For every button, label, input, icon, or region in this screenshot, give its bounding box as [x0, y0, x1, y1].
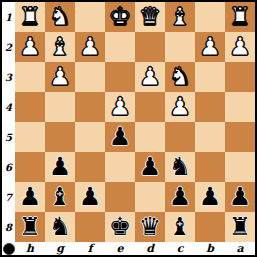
square-e7[interactable]	[105, 182, 135, 212]
square-g2[interactable]: ♝	[45, 32, 75, 62]
square-h8[interactable]: ♜	[15, 212, 45, 242]
square-c4[interactable]: ♟	[165, 92, 195, 122]
rank-label-1: 1	[2, 2, 15, 32]
white-king-e1[interactable]: ♚	[105, 2, 135, 32]
chess-diagram: 12345678 ♜♞♚♛♝♜♟♝♟♟♟♟♟♞♟♟♟♟♟♞♟♝♟♟♟♟♜♞♚♛♝…	[0, 0, 257, 257]
square-c6[interactable]: ♞	[165, 152, 195, 182]
square-h3[interactable]	[15, 62, 45, 92]
square-e6[interactable]	[105, 152, 135, 182]
white-pawn-d3[interactable]: ♟	[135, 62, 165, 92]
black-pawn-g6[interactable]: ♟	[45, 152, 75, 182]
square-e2[interactable]	[105, 32, 135, 62]
side-to-move-cell	[2, 242, 15, 255]
white-queen-d1[interactable]: ♛	[135, 2, 165, 32]
black-bishop-g7[interactable]: ♝	[45, 182, 75, 212]
rank-label-4: 4	[2, 92, 15, 122]
white-pawn-c4[interactable]: ♟	[165, 92, 195, 122]
file-labels: hgfedcba	[15, 242, 255, 255]
white-pawn-f2[interactable]: ♟	[75, 32, 105, 62]
square-b2[interactable]: ♟	[195, 32, 225, 62]
square-h1[interactable]: ♜	[15, 2, 45, 32]
black-pawn-e5[interactable]: ♟	[105, 122, 135, 152]
square-b4[interactable]	[195, 92, 225, 122]
rank-label-6: 6	[2, 152, 15, 182]
square-h6[interactable]	[15, 152, 45, 182]
square-f8[interactable]	[75, 212, 105, 242]
square-h2[interactable]: ♟	[15, 32, 45, 62]
square-h4[interactable]	[15, 92, 45, 122]
white-knight-c3[interactable]: ♞	[165, 62, 195, 92]
chess-board[interactable]: ♜♞♚♛♝♜♟♝♟♟♟♟♟♞♟♟♟♟♟♞♟♝♟♟♟♟♜♞♚♛♝♜	[15, 2, 255, 242]
square-g4[interactable]	[45, 92, 75, 122]
rank-label-7: 7	[2, 182, 15, 212]
rank-label-8: 8	[2, 212, 15, 242]
square-a6[interactable]	[225, 152, 255, 182]
file-label-e: e	[105, 242, 135, 255]
file-label-f: f	[75, 242, 105, 255]
black-pawn-c7[interactable]: ♟	[165, 182, 195, 212]
square-g1[interactable]: ♞	[45, 2, 75, 32]
square-d7[interactable]	[135, 182, 165, 212]
white-pawn-b2[interactable]: ♟	[195, 32, 225, 62]
file-label-b: b	[195, 242, 225, 255]
square-f7[interactable]: ♟	[75, 182, 105, 212]
square-f2[interactable]: ♟	[75, 32, 105, 62]
white-pawn-g3[interactable]: ♟	[45, 62, 75, 92]
square-e5[interactable]: ♟	[105, 122, 135, 152]
square-g8[interactable]: ♞	[45, 212, 75, 242]
square-a2[interactable]: ♟	[225, 32, 255, 62]
square-h7[interactable]: ♟	[15, 182, 45, 212]
file-label-g: g	[45, 242, 75, 255]
white-pawn-h2[interactable]: ♟	[15, 32, 45, 62]
rank-labels: 12345678	[2, 2, 15, 242]
square-e1[interactable]: ♚	[105, 2, 135, 32]
square-b7[interactable]: ♟	[195, 182, 225, 212]
black-pawn-a7[interactable]: ♟	[225, 182, 255, 212]
square-f5[interactable]	[75, 122, 105, 152]
rank-label-5: 5	[2, 122, 15, 152]
black-knight-c6[interactable]: ♞	[165, 152, 195, 182]
white-knight-g1[interactable]: ♞	[45, 2, 75, 32]
white-bishop-c1[interactable]: ♝	[165, 2, 195, 32]
square-d5[interactable]	[135, 122, 165, 152]
square-f3[interactable]	[75, 62, 105, 92]
square-f1[interactable]	[75, 2, 105, 32]
square-c7[interactable]: ♟	[165, 182, 195, 212]
square-e4[interactable]: ♟	[105, 92, 135, 122]
square-c2[interactable]	[165, 32, 195, 62]
square-d6[interactable]: ♟	[135, 152, 165, 182]
white-pawn-e4[interactable]: ♟	[105, 92, 135, 122]
square-f6[interactable]	[75, 152, 105, 182]
square-e8[interactable]: ♚	[105, 212, 135, 242]
rank-label-2: 2	[2, 32, 15, 62]
square-g6[interactable]: ♟	[45, 152, 75, 182]
square-d2[interactable]	[135, 32, 165, 62]
file-label-c: c	[165, 242, 195, 255]
square-a5[interactable]	[225, 122, 255, 152]
square-d8[interactable]: ♛	[135, 212, 165, 242]
black-pawn-h7[interactable]: ♟	[15, 182, 45, 212]
square-b6[interactable]	[195, 152, 225, 182]
white-rook-h1[interactable]: ♜	[15, 2, 45, 32]
square-a4[interactable]	[225, 92, 255, 122]
square-c8[interactable]: ♝	[165, 212, 195, 242]
square-b1[interactable]	[195, 2, 225, 32]
white-rook-a1[interactable]: ♜	[225, 2, 255, 32]
square-b5[interactable]	[195, 122, 225, 152]
square-g7[interactable]: ♝	[45, 182, 75, 212]
black-bishop-c8[interactable]: ♝	[165, 212, 195, 242]
black-knight-g8[interactable]: ♞	[45, 212, 75, 242]
square-d1[interactable]: ♛	[135, 2, 165, 32]
square-a8[interactable]: ♜	[225, 212, 255, 242]
square-f4[interactable]	[75, 92, 105, 122]
file-label-d: d	[135, 242, 165, 255]
white-bishop-g2[interactable]: ♝	[45, 32, 75, 62]
side-to-move-indicator	[3, 243, 15, 255]
black-king-e8[interactable]: ♚	[105, 212, 135, 242]
square-d4[interactable]	[135, 92, 165, 122]
rank-label-3: 3	[2, 62, 15, 92]
file-label-h: h	[15, 242, 45, 255]
black-pawn-b7[interactable]: ♟	[195, 182, 225, 212]
black-pawn-f7[interactable]: ♟	[75, 182, 105, 212]
square-c1[interactable]: ♝	[165, 2, 195, 32]
square-g5[interactable]	[45, 122, 75, 152]
black-queen-d8[interactable]: ♛	[135, 212, 165, 242]
square-a3[interactable]	[225, 62, 255, 92]
square-b8[interactable]	[195, 212, 225, 242]
black-rook-a8[interactable]: ♜	[225, 212, 255, 242]
square-a7[interactable]: ♟	[225, 182, 255, 212]
square-c3[interactable]: ♞	[165, 62, 195, 92]
file-label-a: a	[225, 242, 255, 255]
square-g3[interactable]: ♟	[45, 62, 75, 92]
square-e3[interactable]	[105, 62, 135, 92]
square-c5[interactable]	[165, 122, 195, 152]
square-a1[interactable]: ♜	[225, 2, 255, 32]
square-h5[interactable]	[15, 122, 45, 152]
white-pawn-a2[interactable]: ♟	[225, 32, 255, 62]
black-rook-h8[interactable]: ♜	[15, 212, 45, 242]
black-pawn-d6[interactable]: ♟	[135, 152, 165, 182]
square-d3[interactable]: ♟	[135, 62, 165, 92]
square-b3[interactable]	[195, 62, 225, 92]
